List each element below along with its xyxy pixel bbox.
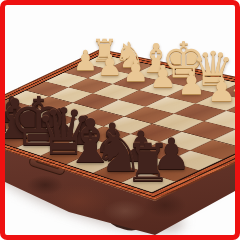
- product-photo-frame[interactable]: ♜♞♝♛♚♝♞♜♟♟♟♟♟♟♟♟♟♟♟♟♟♟♟♟♜♞♝♛♚♝♞♜: [0, 0, 240, 240]
- square-a3: [236, 118, 240, 137]
- chess-set-photo: ♜♞♝♛♚♝♞♜♟♟♟♟♟♟♟♟♟♟♟♟♟♟♟♟♜♞♝♛♚♝♞♜: [5, 5, 235, 235]
- piece-white-pawn: ♟: [238, 80, 240, 114]
